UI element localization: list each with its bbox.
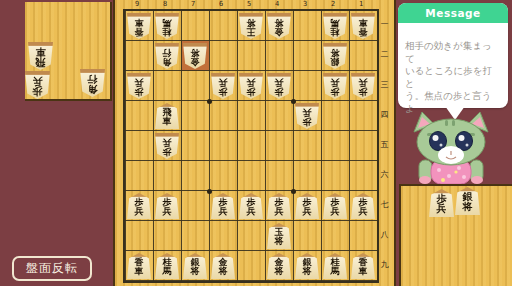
shogi-piece-桂馬[interactable]: 桂馬	[155, 253, 179, 279]
cat-paw-left	[419, 176, 431, 184]
rank-label: 六	[377, 159, 392, 189]
shogi-piece-桂馬[interactable]: 桂馬	[323, 13, 347, 39]
shogi-piece-歩兵[interactable]: 歩兵	[351, 73, 375, 99]
hoshi-dot	[207, 99, 212, 104]
piece-kanji: 歩兵	[211, 73, 235, 99]
file-label: 6	[207, 0, 235, 8]
shogi-piece-香車[interactable]: 香車	[127, 253, 151, 279]
rank-label: 九	[377, 249, 392, 279]
piece-kanji: 歩兵	[127, 193, 151, 219]
shogi-piece-玉将[interactable]: 玉将	[267, 223, 291, 249]
shogi-piece-香車[interactable]: 香車	[351, 13, 375, 39]
file-labels: 987654321	[123, 0, 375, 8]
shogi-piece-金将[interactable]: 金将	[267, 253, 291, 279]
hoshi-dot	[207, 189, 212, 194]
piece-kanji: 桂馬	[323, 13, 347, 39]
shogi-piece-歩兵[interactable]: 歩兵	[211, 193, 235, 219]
piece-kanji: 桂馬	[323, 253, 347, 279]
shogi-piece-歩兵[interactable]: 歩兵	[211, 73, 235, 99]
piece-kanji: 歩兵	[295, 103, 319, 129]
piece-kanji: 歩兵	[351, 73, 375, 99]
shogi-board: 987654321 一二三四五六七八九 香車桂馬王将金将桂馬香車角行金将銀将歩兵…	[113, 0, 396, 286]
shogi-piece-香車[interactable]: 香車	[351, 253, 375, 279]
shogi-piece-歩兵[interactable]: 歩兵	[323, 73, 347, 99]
shogi-piece-歩兵[interactable]: 歩兵	[267, 193, 291, 219]
app-window: 987654321 一二三四五六七八九 香車桂馬王将金将桂馬香車角行金将銀将歩兵…	[0, 0, 512, 286]
gote-hand-tray[interactable]: 飛車歩兵角行	[25, 2, 112, 101]
piece-kanji: 歩兵	[239, 193, 263, 219]
shogi-piece-飛車[interactable]: 飛車	[28, 42, 53, 70]
rank-label: 五	[377, 129, 392, 159]
piece-kanji: 歩兵	[239, 73, 263, 99]
piece-kanji: 歩兵	[295, 193, 319, 219]
shogi-piece-角行[interactable]: 角行	[155, 43, 179, 69]
message-bubble: Message 相手の効きが集まって いるところに歩を打と う。焦点の歩と言うよ	[398, 3, 508, 108]
rank-label: 二	[377, 39, 392, 69]
shogi-piece-銀将[interactable]: 銀将	[455, 187, 480, 215]
board-grid[interactable]: 香車桂馬王将金将桂馬香車角行金将銀将歩兵歩兵歩兵歩兵歩兵歩兵飛車歩兵歩兵歩兵歩兵…	[123, 9, 379, 283]
piece-kanji: 金将	[267, 13, 291, 39]
file-label: 3	[291, 0, 319, 8]
shogi-piece-飛車[interactable]: 飛車	[155, 103, 179, 129]
piece-kanji: 銀将	[295, 253, 319, 279]
piece-kanji: 香車	[127, 253, 151, 279]
file-label: 1	[347, 0, 375, 8]
hoshi-dot	[291, 189, 296, 194]
shogi-piece-角行[interactable]: 角行	[80, 69, 105, 97]
piece-kanji: 桂馬	[155, 253, 179, 279]
rank-label: 七	[377, 189, 392, 219]
shogi-piece-歩兵[interactable]: 歩兵	[323, 193, 347, 219]
shogi-piece-香車[interactable]: 香車	[127, 13, 151, 39]
piece-kanji: 角行	[80, 69, 105, 97]
piece-kanji: 歩兵	[155, 193, 179, 219]
flip-board-button[interactable]: 盤面反転	[12, 256, 92, 281]
piece-kanji: 歩兵	[127, 73, 151, 99]
piece-kanji: 歩兵	[211, 193, 235, 219]
message-line: いるところに歩を打と	[405, 65, 501, 90]
shogi-piece-桂馬[interactable]: 桂馬	[323, 253, 347, 279]
shogi-piece-歩兵[interactable]: 歩兵	[267, 73, 291, 99]
shogi-piece-歩兵[interactable]: 歩兵	[127, 193, 151, 219]
piece-kanji: 歩兵	[351, 193, 375, 219]
file-label: 2	[319, 0, 347, 8]
piece-kanji: 歩兵	[323, 193, 347, 219]
message-line: 相手の効きが集まって	[405, 40, 501, 65]
piece-kanji: 歩兵	[267, 193, 291, 219]
shogi-piece-歩兵[interactable]: 歩兵	[127, 73, 151, 99]
message-text: 相手の効きが集まって いるところに歩を打と う。焦点の歩と言うよ	[398, 23, 508, 115]
rank-label: 八	[377, 219, 392, 249]
file-label: 8	[151, 0, 179, 8]
piece-kanji: 歩兵	[155, 133, 179, 159]
cat-paw-right	[471, 176, 483, 184]
rank-labels: 一二三四五六七八九	[377, 9, 392, 279]
shogi-piece-金将[interactable]: 金将	[211, 253, 235, 279]
file-label: 4	[263, 0, 291, 8]
piece-kanji: 銀将	[455, 187, 480, 215]
shogi-piece-歩兵[interactable]: 歩兵	[25, 71, 50, 99]
piece-kanji: 飛車	[28, 42, 53, 70]
rank-label: 四	[377, 99, 392, 129]
shogi-piece-銀将[interactable]: 銀将	[295, 253, 319, 279]
shogi-piece-歩兵[interactable]: 歩兵	[239, 73, 263, 99]
piece-kanji: 王将	[239, 13, 263, 39]
piece-kanji: 角行	[155, 43, 179, 69]
piece-kanji: 香車	[351, 253, 375, 279]
shogi-piece-歩兵[interactable]: 歩兵	[295, 193, 319, 219]
piece-kanji: 桂馬	[155, 13, 179, 39]
file-label: 9	[123, 0, 151, 8]
shogi-piece-桂馬[interactable]: 桂馬	[155, 13, 179, 39]
piece-kanji: 香車	[351, 13, 375, 39]
shogi-piece-銀将[interactable]: 銀将	[183, 253, 207, 279]
rank-label: 一	[377, 9, 392, 39]
message-header: Message	[398, 3, 508, 23]
file-label: 5	[235, 0, 263, 8]
piece-kanji: 歩兵	[25, 71, 50, 99]
cat-mascot	[400, 110, 502, 184]
shogi-piece-銀将[interactable]: 銀将	[323, 43, 347, 69]
file-label: 7	[179, 0, 207, 8]
shogi-piece-歩兵[interactable]: 歩兵	[155, 133, 179, 159]
rank-label: 三	[377, 69, 392, 99]
piece-kanji: 金将	[211, 253, 235, 279]
piece-kanji: 香車	[127, 13, 151, 39]
hoshi-dot	[291, 99, 296, 104]
piece-kanji: 歩兵	[323, 73, 347, 99]
piece-kanji: 銀将	[323, 43, 347, 69]
shogi-piece-歩兵[interactable]: 歩兵	[295, 103, 319, 129]
piece-kanji: 金将	[267, 253, 291, 279]
sente-hand-tray[interactable]: 歩兵銀将	[399, 184, 512, 286]
shogi-piece-歩兵[interactable]: 歩兵	[239, 193, 263, 219]
piece-kanji: 歩兵	[267, 73, 291, 99]
shogi-piece-歩兵[interactable]: 歩兵	[429, 189, 454, 217]
piece-kanji: 玉将	[267, 223, 291, 249]
shogi-piece-王将[interactable]: 王将	[239, 13, 263, 39]
shogi-piece-金将[interactable]: 金将	[267, 13, 291, 39]
piece-kanji: 歩兵	[429, 189, 454, 217]
piece-kanji: 銀将	[183, 253, 207, 279]
piece-kanji: 飛車	[155, 103, 179, 129]
shogi-piece-歩兵[interactable]: 歩兵	[155, 193, 179, 219]
shogi-piece-歩兵[interactable]: 歩兵	[351, 193, 375, 219]
